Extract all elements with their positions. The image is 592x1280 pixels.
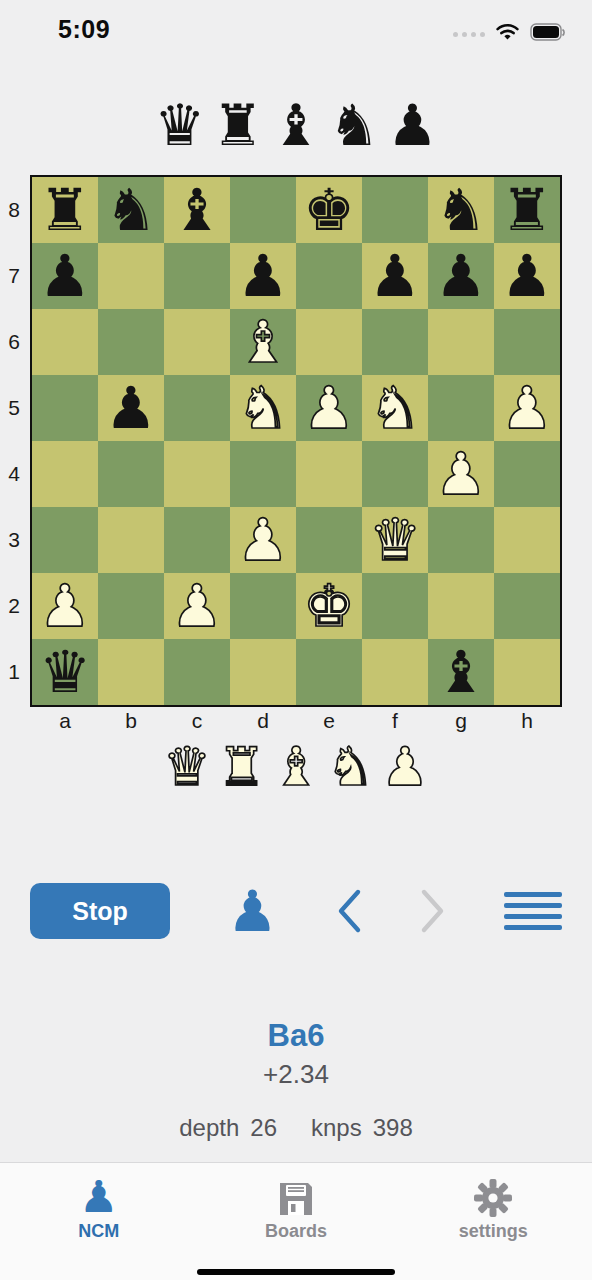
menu-button[interactable] bbox=[504, 892, 562, 930]
square-d8[interactable] bbox=[230, 177, 296, 243]
rank-label-2: 2 bbox=[4, 573, 24, 639]
square-b3[interactable] bbox=[98, 507, 164, 573]
best-move-text: Ba6 bbox=[0, 1018, 592, 1054]
square-a1[interactable]: ♛ bbox=[32, 639, 98, 705]
rank-label-7: 7 bbox=[4, 243, 24, 309]
square-b8[interactable]: ♞ bbox=[98, 177, 164, 243]
depth-label: depth bbox=[179, 1114, 239, 1142]
rank-label-4: 4 bbox=[4, 441, 24, 507]
square-g1[interactable]: ♝ bbox=[428, 639, 494, 705]
chevron-right-icon bbox=[419, 887, 447, 935]
square-d4[interactable] bbox=[230, 441, 296, 507]
rank-labels: 87654321 bbox=[4, 177, 24, 705]
side-to-move-pawn-icon[interactable]: ♟ bbox=[227, 883, 278, 940]
square-b2[interactable] bbox=[98, 573, 164, 639]
square-d6[interactable]: ♝ bbox=[230, 309, 296, 375]
square-d7[interactable]: ♟ bbox=[230, 243, 296, 309]
square-b1[interactable] bbox=[98, 639, 164, 705]
tab-settings[interactable]: settings bbox=[395, 1163, 592, 1280]
square-f5[interactable]: ♞ bbox=[362, 375, 428, 441]
square-d5[interactable]: ♞ bbox=[230, 375, 296, 441]
piece-black-knight: ♞ bbox=[105, 181, 157, 239]
piece-black-pawn: ♟ bbox=[369, 247, 421, 305]
square-e2[interactable]: ♚ bbox=[296, 573, 362, 639]
captured-white-bishop: ♝ bbox=[272, 736, 320, 798]
captured-white-pieces-tray: ♛♜♝♞♟ bbox=[0, 736, 592, 798]
piece-white-pawn: ♟ bbox=[303, 379, 355, 437]
piece-white-bishop: ♝ bbox=[237, 313, 289, 371]
square-h3[interactable] bbox=[494, 507, 560, 573]
piece-black-bishop: ♝ bbox=[171, 181, 223, 239]
tab-boards[interactable]: Boards bbox=[197, 1163, 394, 1280]
square-a7[interactable]: ♟ bbox=[32, 243, 98, 309]
square-c2[interactable]: ♟ bbox=[164, 573, 230, 639]
square-h2[interactable] bbox=[494, 573, 560, 639]
rank-label-8: 8 bbox=[4, 177, 24, 243]
square-b6[interactable] bbox=[98, 309, 164, 375]
square-h4[interactable] bbox=[494, 441, 560, 507]
square-e3[interactable] bbox=[296, 507, 362, 573]
square-a6[interactable] bbox=[32, 309, 98, 375]
square-f8[interactable] bbox=[362, 177, 428, 243]
captured-white-rook: ♜ bbox=[218, 736, 266, 798]
engine-controls: Stop ♟ bbox=[30, 882, 562, 940]
piece-black-bishop: ♝ bbox=[435, 643, 487, 701]
captured-white-knight: ♞ bbox=[327, 736, 375, 798]
gear-icon bbox=[472, 1177, 514, 1219]
piece-black-knight: ♞ bbox=[435, 181, 487, 239]
piece-white-pawn: ♟ bbox=[501, 379, 553, 437]
square-h1[interactable] bbox=[494, 639, 560, 705]
square-f3[interactable]: ♛ bbox=[362, 507, 428, 573]
captured-black-bishop: ♝ bbox=[270, 92, 321, 158]
square-d1[interactable] bbox=[230, 639, 296, 705]
piece-white-king: ♚ bbox=[303, 577, 355, 635]
file-label-g: g bbox=[428, 709, 494, 733]
square-a8[interactable]: ♜ bbox=[32, 177, 98, 243]
square-h5[interactable]: ♟ bbox=[494, 375, 560, 441]
square-a5[interactable] bbox=[32, 375, 98, 441]
piece-white-queen: ♛ bbox=[369, 511, 421, 569]
square-e4[interactable] bbox=[296, 441, 362, 507]
piece-white-pawn: ♟ bbox=[435, 445, 487, 503]
depth-value: 26 bbox=[250, 1114, 277, 1142]
square-a2[interactable]: ♟ bbox=[32, 573, 98, 639]
file-label-c: c bbox=[164, 709, 230, 733]
captured-black-rook: ♜ bbox=[212, 92, 263, 158]
piece-black-pawn: ♟ bbox=[435, 247, 487, 305]
piece-white-knight: ♞ bbox=[369, 379, 421, 437]
knps-label: knps bbox=[311, 1114, 362, 1142]
square-e1[interactable] bbox=[296, 639, 362, 705]
home-indicator[interactable] bbox=[197, 1269, 395, 1275]
square-e6[interactable] bbox=[296, 309, 362, 375]
square-g7[interactable]: ♟ bbox=[428, 243, 494, 309]
status-bar: 5:09 bbox=[0, 0, 592, 54]
engine-stats: depth 26 knps 398 bbox=[0, 1114, 592, 1142]
cellular-signal-icon bbox=[453, 32, 485, 37]
captured-black-pieces-tray: ♛♜♝♞♟ bbox=[0, 92, 592, 158]
square-c8[interactable]: ♝ bbox=[164, 177, 230, 243]
piece-black-pawn: ♟ bbox=[39, 247, 91, 305]
square-f6[interactable] bbox=[362, 309, 428, 375]
menu-icon bbox=[504, 892, 562, 897]
piece-white-knight: ♞ bbox=[237, 379, 289, 437]
rank-label-6: 6 bbox=[4, 309, 24, 375]
tab-boards-label: Boards bbox=[265, 1221, 327, 1242]
square-c3[interactable] bbox=[164, 507, 230, 573]
clock: 5:09 bbox=[58, 15, 110, 44]
rank-label-3: 3 bbox=[4, 507, 24, 573]
square-d2[interactable] bbox=[230, 573, 296, 639]
chess-board[interactable]: ♜♞♝♚♞♜♟♟♟♟♟♝♟♞♟♞♟♟♟♛♟♟♚♛♝ bbox=[30, 175, 562, 707]
knps-value: 398 bbox=[373, 1114, 413, 1142]
app-screen: 5:09 ♛♜♝♞♟ 87654321 ♜♞♝♚♞♜♟♟♟ bbox=[0, 0, 592, 1280]
square-h7[interactable]: ♟ bbox=[494, 243, 560, 309]
previous-move-button[interactable] bbox=[335, 887, 363, 935]
piece-black-rook: ♜ bbox=[39, 181, 91, 239]
square-f1[interactable] bbox=[362, 639, 428, 705]
square-g6[interactable] bbox=[428, 309, 494, 375]
captured-black-pawn: ♟ bbox=[387, 92, 438, 158]
file-label-h: h bbox=[494, 709, 560, 733]
piece-black-rook: ♜ bbox=[501, 181, 553, 239]
square-a4[interactable] bbox=[32, 441, 98, 507]
square-c6[interactable] bbox=[164, 309, 230, 375]
square-c1[interactable] bbox=[164, 639, 230, 705]
file-label-a: a bbox=[32, 709, 98, 733]
file-label-b: b bbox=[98, 709, 164, 733]
floppy-icon bbox=[276, 1179, 316, 1219]
captured-black-knight: ♞ bbox=[329, 92, 380, 158]
rank-label-1: 1 bbox=[4, 639, 24, 705]
square-b4[interactable] bbox=[98, 441, 164, 507]
square-g4[interactable]: ♟ bbox=[428, 441, 494, 507]
piece-white-pawn: ♟ bbox=[39, 577, 91, 635]
square-c5[interactable] bbox=[164, 375, 230, 441]
next-move-button[interactable] bbox=[419, 887, 447, 935]
tab-settings-label: settings bbox=[459, 1221, 528, 1242]
square-d3[interactable]: ♟ bbox=[230, 507, 296, 573]
piece-black-pawn: ♟ bbox=[501, 247, 553, 305]
stop-button[interactable]: Stop bbox=[30, 883, 170, 939]
file-label-d: d bbox=[230, 709, 296, 733]
tab-ncm-label: NCM bbox=[78, 1221, 119, 1242]
square-e7[interactable] bbox=[296, 243, 362, 309]
square-b5[interactable]: ♟ bbox=[98, 375, 164, 441]
square-c7[interactable] bbox=[164, 243, 230, 309]
tab-bar: ♟ NCM Boards bbox=[0, 1162, 592, 1280]
square-c4[interactable] bbox=[164, 441, 230, 507]
square-g5[interactable] bbox=[428, 375, 494, 441]
piece-black-queen: ♛ bbox=[39, 643, 91, 701]
engine-output: Ba6 +2.34 depth 26 knps 398 bbox=[0, 1018, 592, 1142]
piece-black-pawn: ♟ bbox=[237, 247, 289, 305]
file-label-f: f bbox=[362, 709, 428, 733]
battery-icon bbox=[530, 23, 566, 46]
captured-black-queen: ♛ bbox=[154, 92, 205, 158]
chevron-left-icon bbox=[335, 887, 363, 935]
captured-white-pawn: ♟ bbox=[381, 736, 429, 798]
square-h8[interactable]: ♜ bbox=[494, 177, 560, 243]
piece-black-pawn: ♟ bbox=[105, 379, 157, 437]
square-e5[interactable]: ♟ bbox=[296, 375, 362, 441]
tab-ncm[interactable]: ♟ NCM bbox=[0, 1163, 197, 1280]
wifi-icon bbox=[494, 22, 521, 46]
status-icons bbox=[453, 22, 566, 46]
piece-white-pawn: ♟ bbox=[171, 577, 223, 635]
chess-board-area: 87654321 ♜♞♝♚♞♜♟♟♟♟♟♝♟♞♟♞♟♟♟♛♟♟♚♛♝ abcde… bbox=[30, 175, 562, 707]
pawn-icon: ♟ bbox=[79, 1175, 118, 1219]
square-f2[interactable] bbox=[362, 573, 428, 639]
captured-white-queen: ♛ bbox=[163, 736, 211, 798]
square-g3[interactable] bbox=[428, 507, 494, 573]
square-g2[interactable] bbox=[428, 573, 494, 639]
evaluation-text: +2.34 bbox=[0, 1059, 592, 1090]
square-h6[interactable] bbox=[494, 309, 560, 375]
square-b7[interactable] bbox=[98, 243, 164, 309]
piece-white-pawn: ♟ bbox=[237, 511, 289, 569]
piece-black-king: ♚ bbox=[303, 181, 355, 239]
square-f7[interactable]: ♟ bbox=[362, 243, 428, 309]
file-label-e: e bbox=[296, 709, 362, 733]
square-g8[interactable]: ♞ bbox=[428, 177, 494, 243]
file-labels: abcdefgh bbox=[32, 709, 560, 733]
rank-label-5: 5 bbox=[4, 375, 24, 441]
square-e8[interactable]: ♚ bbox=[296, 177, 362, 243]
square-f4[interactable] bbox=[362, 441, 428, 507]
square-a3[interactable] bbox=[32, 507, 98, 573]
